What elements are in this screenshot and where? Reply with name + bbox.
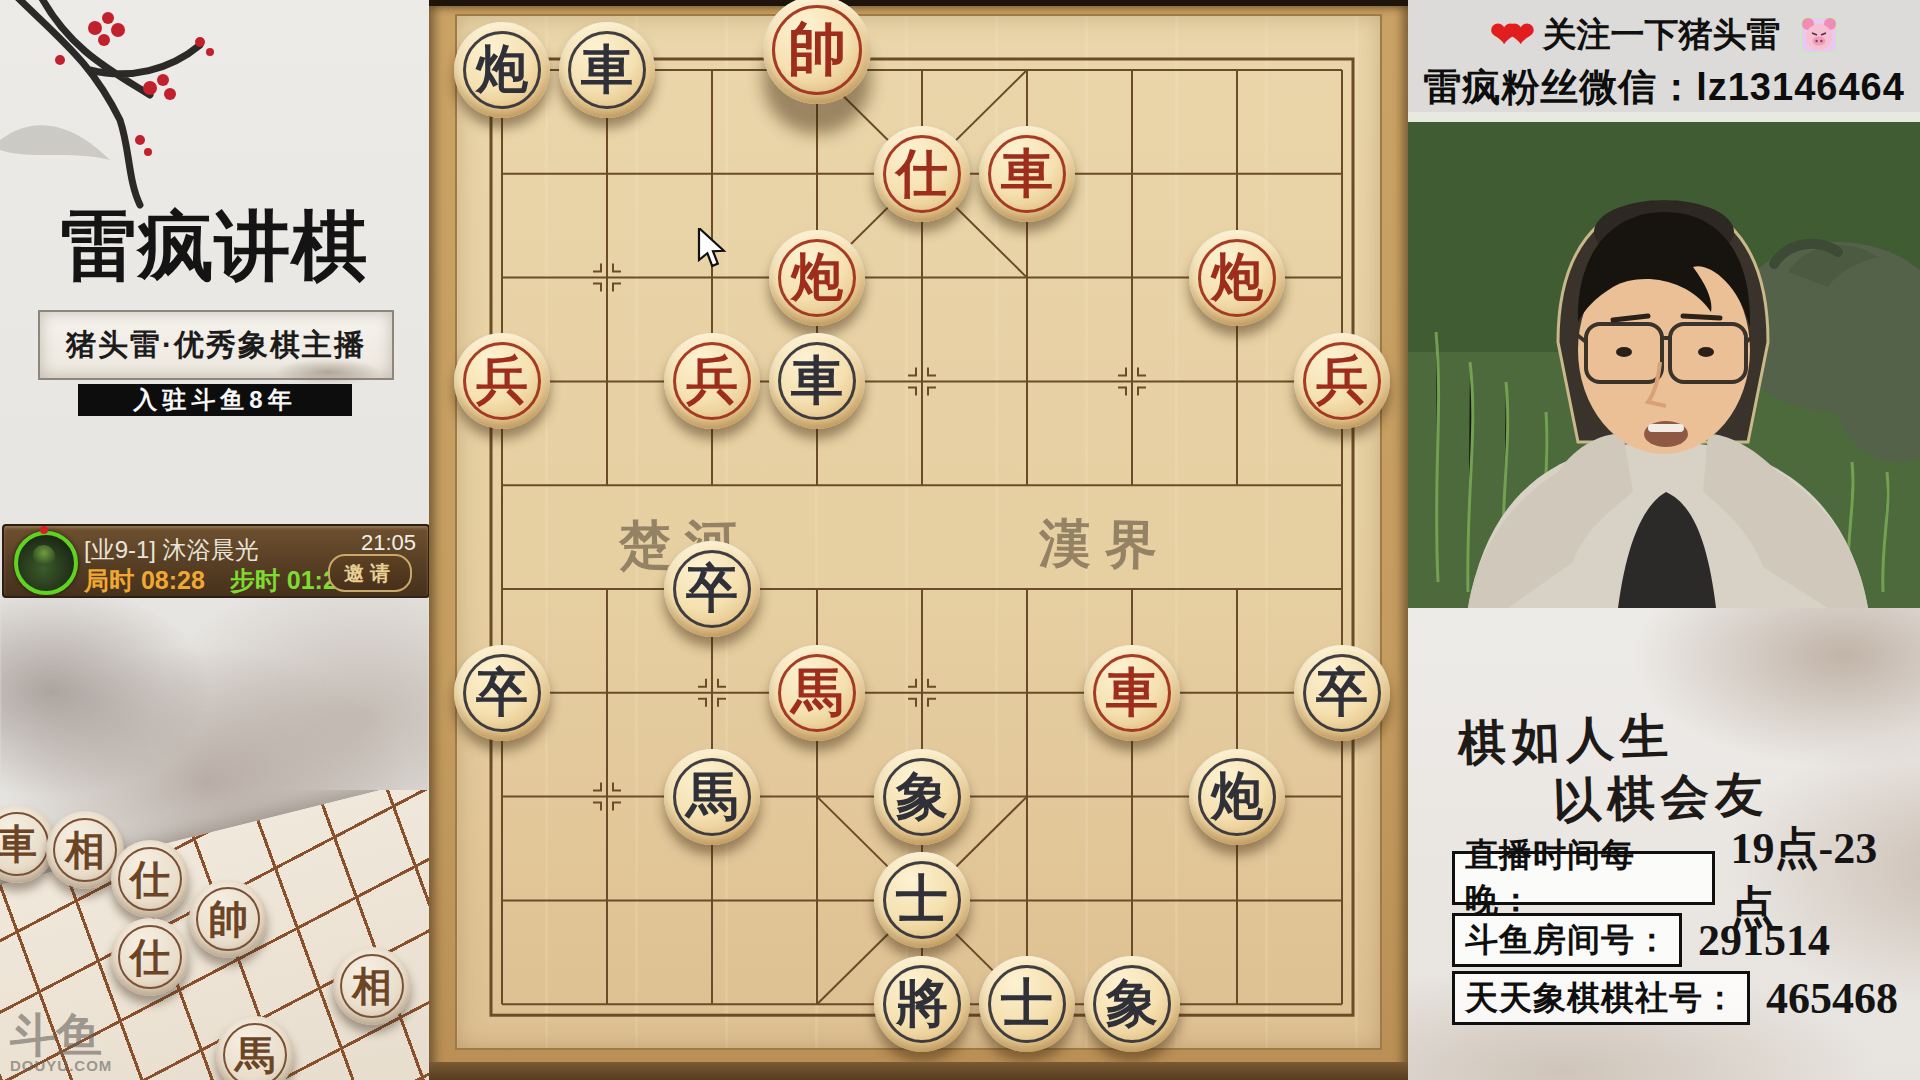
wechat-line: 雷疯粉丝微信：lz13146464	[1408, 62, 1920, 113]
photo-piece-帥: 帥	[189, 880, 267, 958]
xiangqi-board[interactable]: 楚河 漢界 炮車帥仕車炮炮兵兵車兵卒卒馬車卒馬象炮士將士象	[429, 0, 1408, 1080]
piece-black-炮[interactable]: 炮	[1189, 749, 1285, 845]
info-area: 棋如人生 以棋会友 直播时间每晚： 19点-23点 斗鱼房间号： 291514 …	[1408, 608, 1920, 1080]
piece-black-將[interactable]: 將	[874, 956, 970, 1052]
piece-red-車[interactable]: 車	[979, 126, 1075, 222]
douyu-logo: 斗鱼	[10, 1013, 112, 1057]
piece-black-炮[interactable]: 炮	[454, 22, 550, 118]
piece-red-兵[interactable]: 兵	[454, 333, 550, 429]
piece-black-士[interactable]: 士	[979, 956, 1075, 1052]
plum-blossom-art	[0, 0, 429, 210]
piece-red-炮[interactable]: 炮	[769, 230, 865, 326]
invite-button[interactable]: 邀请	[328, 554, 412, 592]
stream-time-label: 直播时间每晚：	[1452, 851, 1715, 905]
piece-black-卒[interactable]: 卒	[454, 645, 550, 741]
pig-emote-icon	[1800, 16, 1838, 62]
room-number-label: 斗鱼房间号：	[1452, 913, 1682, 967]
piece-red-炮[interactable]: 炮	[1189, 230, 1285, 326]
opponent-info-bar: [业9-1] 沐浴晨光 局时 08:28 步时 01:28 21:05 邀请	[2, 524, 429, 598]
webcam-video	[1408, 112, 1920, 608]
mouse-cursor	[697, 228, 731, 268]
club-number-row: 天天象棋棋社号： 465468	[1452, 974, 1898, 1022]
piece-black-車[interactable]: 車	[769, 333, 865, 429]
years-badge: 入驻斗鱼8年	[78, 384, 352, 416]
left-sidebar: 雷疯讲棋 猪头雷·优秀象棋主播 入驻斗鱼8年 [业9-1] 沐浴晨光 局时 08…	[0, 0, 429, 1080]
follow-strip: ❤❤ 关注一下猪头雷 雷疯粉丝微信：lz13146464	[1408, 0, 1920, 112]
piece-red-帥[interactable]: 帥	[763, 0, 871, 104]
wall-clock: 21:05	[361, 530, 416, 556]
table-edge	[429, 1062, 1408, 1080]
stream-time-row: 直播时间每晚： 19点-23点	[1452, 854, 1920, 902]
piece-black-車[interactable]: 車	[559, 22, 655, 118]
piece-black-卒[interactable]: 卒	[664, 541, 760, 637]
club-number-value: 465468	[1766, 973, 1898, 1024]
time-info: 局时 08:28 步时 01:28	[84, 564, 351, 597]
subtitle-text: 猪头雷·优秀象棋主播	[66, 325, 366, 366]
photo-piece-仕: 仕	[111, 840, 189, 918]
douyu-watermark: 斗鱼 DOUYU.COM	[10, 1013, 112, 1074]
photo-piece-仕: 仕	[111, 918, 189, 996]
piece-black-象[interactable]: 象	[874, 749, 970, 845]
piece-red-仕[interactable]: 仕	[874, 126, 970, 222]
photo-piece-相: 相	[333, 947, 411, 1025]
hearts-icon: ❤❤	[1490, 15, 1523, 53]
club-number-label: 天天象棋棋社号：	[1452, 971, 1750, 1025]
piece-black-卒[interactable]: 卒	[1294, 645, 1390, 741]
piece-black-象[interactable]: 象	[1084, 956, 1180, 1052]
river-text-right: 漢界	[1038, 509, 1171, 581]
opponent-rank-name: [业9-1] 沐浴晨光	[84, 534, 259, 566]
piece-red-馬[interactable]: 馬	[769, 645, 865, 741]
subtitle-banner: 猪头雷·优秀象棋主播	[38, 310, 394, 380]
slogan-line1: 棋如人生	[1457, 704, 1675, 775]
piece-red-車[interactable]: 車	[1084, 645, 1180, 741]
room-number-row: 斗鱼房间号： 291514	[1452, 916, 1830, 964]
channel-title: 雷疯讲棋	[0, 196, 429, 299]
piece-black-馬[interactable]: 馬	[664, 749, 760, 845]
stream-screenshot: 雷疯讲棋 猪头雷·优秀象棋主播 入驻斗鱼8年 [业9-1] 沐浴晨光 局时 08…	[0, 0, 1920, 1080]
piece-red-兵[interactable]: 兵	[664, 333, 760, 429]
follow-line: ❤❤ 关注一下猪头雷	[1408, 12, 1920, 62]
room-number-value: 291514	[1698, 915, 1830, 966]
piece-red-兵[interactable]: 兵	[1294, 333, 1390, 429]
douyu-site: DOUYU.COM	[10, 1057, 112, 1074]
piece-black-士[interactable]: 士	[874, 852, 970, 948]
opponent-avatar[interactable]	[14, 531, 78, 595]
right-panel: ❤❤ 关注一下猪头雷 雷疯粉丝微信：lz13146464	[1408, 0, 1920, 1080]
